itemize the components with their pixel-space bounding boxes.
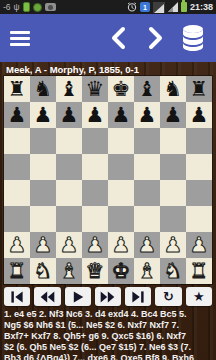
piece-black-pawn: ♟ [34, 102, 53, 128]
square-d2[interactable]: ♟ [82, 232, 108, 258]
square-c8[interactable]: ♝ [56, 76, 82, 102]
next-game-icon[interactable] [144, 26, 166, 50]
piece-black-rook: ♜ [8, 76, 27, 102]
refresh-icon: ↻ [163, 290, 174, 303]
square-h3[interactable] [186, 206, 212, 232]
square-f5[interactable] [134, 154, 160, 180]
square-f3[interactable] [134, 206, 160, 232]
piece-white-queen: ♛ [86, 258, 105, 284]
square-c3[interactable] [56, 206, 82, 232]
piece-white-pawn: ♟ [86, 232, 105, 258]
square-h4[interactable] [186, 180, 212, 206]
app-toolbar [0, 14, 216, 62]
square-e2[interactable]: ♟ [108, 232, 134, 258]
square-d5[interactable] [82, 154, 108, 180]
square-d1[interactable]: ♛ [82, 258, 108, 284]
controls-bar: ↻ ★ [0, 284, 216, 306]
piece-white-knight: ♞ [164, 258, 183, 284]
square-h8[interactable]: ♜ [186, 76, 212, 102]
square-e3[interactable] [108, 206, 134, 232]
piece-black-rook: ♜ [190, 76, 209, 102]
game-header: Meek, A - Morphy, P, 1855, 0-1 [0, 62, 216, 76]
play-button[interactable] [65, 287, 91, 306]
piece-white-pawn: ♟ [34, 232, 53, 258]
square-b8[interactable]: ♞ [30, 76, 56, 102]
square-a8[interactable]: ♜ [4, 76, 30, 102]
square-g2[interactable]: ♟ [160, 232, 186, 258]
star-icon: ★ [193, 290, 205, 303]
piece-black-pawn: ♟ [60, 102, 79, 128]
square-e5[interactable] [108, 154, 134, 180]
move-line[interactable]: Bb3 d6 {ΔBg4}) 7... dxe6 8. Qxe5 Bf8 9. … [4, 353, 212, 360]
square-g4[interactable] [160, 180, 186, 206]
square-b2[interactable]: ♟ [30, 232, 56, 258]
refresh-button[interactable]: ↻ [155, 287, 181, 306]
square-f2[interactable]: ♟ [134, 232, 160, 258]
piece-white-pawn: ♟ [8, 232, 27, 258]
step-forward-button[interactable] [95, 287, 121, 306]
square-f4[interactable] [134, 180, 160, 206]
square-g8[interactable]: ♞ [160, 76, 186, 102]
square-h2[interactable]: ♟ [186, 232, 212, 258]
alarm-icon [127, 2, 137, 12]
camera-icon [45, 3, 56, 11]
move-line[interactable]: Ng5 $6 Nh6 $1 (5... Ne5 $2 6. Nxf7 Nxf7 … [4, 320, 212, 331]
square-e7[interactable]: ♟ [108, 102, 134, 128]
square-e6[interactable] [108, 128, 134, 154]
temperature-text: -6 [3, 0, 11, 14]
piece-black-pawn: ♟ [138, 102, 157, 128]
database-icon[interactable] [180, 24, 206, 52]
square-b1[interactable]: ♞ [30, 258, 56, 284]
go-to-end-button[interactable] [125, 287, 151, 306]
square-e4[interactable] [108, 180, 134, 206]
status-bar: -6 ψ 1 21:38 [0, 0, 216, 14]
square-d7[interactable]: ♟ [82, 102, 108, 128]
square-b4[interactable] [30, 180, 56, 206]
piece-white-bishop: ♝ [60, 258, 79, 284]
square-d8[interactable]: ♛ [82, 76, 108, 102]
square-c4[interactable] [56, 180, 82, 206]
square-c2[interactable]: ♟ [56, 232, 82, 258]
square-c1[interactable]: ♝ [56, 258, 82, 284]
square-b5[interactable] [30, 154, 56, 180]
move-line[interactable]: 1. e4 e5 2. Nf3 Nc6 3. d4 exd4 4. Bc4 Bc… [4, 309, 212, 320]
menu-icon[interactable] [10, 28, 34, 48]
go-to-start-button[interactable] [4, 287, 30, 306]
square-a3[interactable] [4, 206, 30, 232]
square-f8[interactable]: ♝ [134, 76, 160, 102]
piece-white-pawn: ♟ [112, 232, 131, 258]
piece-white-rook: ♜ [8, 258, 27, 284]
square-a4[interactable] [4, 180, 30, 206]
piece-white-pawn: ♟ [138, 232, 157, 258]
previous-game-icon[interactable] [108, 26, 130, 50]
shield-icon [33, 3, 42, 12]
square-h1[interactable]: ♜ [186, 258, 212, 284]
chess-board: ♜♞♝♛♚♝♞♜♟♟♟♟♟♟♟♟♟♟♟♟♟♟♟♟♜♞♝♛♚♝♞♜ [4, 76, 212, 284]
square-h5[interactable] [186, 154, 212, 180]
square-g1[interactable]: ♞ [160, 258, 186, 284]
signal-icon [168, 2, 178, 12]
square-d4[interactable] [82, 180, 108, 206]
app-screen: -6 ψ 1 21:38 Meek, A [0, 0, 216, 360]
square-f1[interactable]: ♝ [134, 258, 160, 284]
piece-black-pawn: ♟ [86, 102, 105, 128]
square-d3[interactable] [82, 206, 108, 232]
piece-white-pawn: ♟ [190, 232, 209, 258]
piece-white-pawn: ♟ [164, 232, 183, 258]
square-g6[interactable] [160, 128, 186, 154]
piece-white-king: ♚ [112, 258, 131, 284]
piece-black-pawn: ♟ [190, 102, 209, 128]
favorite-button[interactable]: ★ [186, 287, 212, 306]
square-a6[interactable] [4, 128, 30, 154]
signal-roaming-icon [153, 2, 165, 13]
square-b6[interactable] [30, 128, 56, 154]
square-g7[interactable]: ♟ [160, 102, 186, 128]
square-a7[interactable]: ♟ [4, 102, 30, 128]
piece-black-king: ♚ [112, 76, 131, 102]
square-g5[interactable] [160, 154, 186, 180]
square-f6[interactable] [134, 128, 160, 154]
battery-icon [181, 2, 187, 12]
square-c5[interactable] [56, 154, 82, 180]
piece-white-knight: ♞ [34, 258, 53, 284]
square-a2[interactable]: ♟ [4, 232, 30, 258]
piece-black-pawn: ♟ [112, 102, 131, 128]
square-b7[interactable]: ♟ [30, 102, 56, 128]
square-h7[interactable]: ♟ [186, 102, 212, 128]
piece-black-knight: ♞ [164, 76, 183, 102]
square-a5[interactable] [4, 154, 30, 180]
clock-text: 21:38 [190, 2, 213, 12]
step-back-button[interactable] [34, 287, 60, 306]
game-title: Meek, A - Morphy, P, 1855, 0-1 [6, 64, 139, 75]
move-list[interactable]: 1. e4 e5 2. Nf3 Nc6 3. d4 exd4 4. Bc4 Bc… [0, 306, 216, 360]
square-f7[interactable]: ♟ [134, 102, 160, 128]
square-e8[interactable]: ♚ [108, 76, 134, 102]
piece-black-bishop: ♝ [60, 76, 79, 102]
square-b3[interactable] [30, 206, 56, 232]
notification-badge: 1 [140, 2, 150, 12]
piece-white-pawn: ♟ [60, 232, 79, 258]
piece-black-pawn: ♟ [164, 102, 183, 128]
move-line[interactable]: Bxf7+ Kxf7 8. Qh5+ g6 9. Qxc5 $16) 6. Nx… [4, 331, 212, 342]
square-d6[interactable] [82, 128, 108, 154]
piece-black-bishop: ♝ [138, 76, 157, 102]
piece-black-knight: ♞ [34, 76, 53, 102]
square-c7[interactable]: ♟ [56, 102, 82, 128]
piece-white-bishop: ♝ [138, 258, 157, 284]
move-line[interactable]: $2 (6. Qh5 Ne5 $2 (6... Qe7 $15) 7. Ne6 … [4, 342, 212, 353]
piece-black-queen: ♛ [86, 76, 105, 102]
square-a1[interactable]: ♜ [4, 258, 30, 284]
square-c6[interactable] [56, 128, 82, 154]
square-e1[interactable]: ♚ [108, 258, 134, 284]
square-h6[interactable] [186, 128, 212, 154]
piece-white-rook: ♜ [190, 258, 209, 284]
battery-status-icon [23, 2, 30, 12]
piece-black-pawn: ♟ [8, 102, 27, 128]
square-g3[interactable] [160, 206, 186, 232]
usb-icon: ψ [14, 0, 20, 14]
